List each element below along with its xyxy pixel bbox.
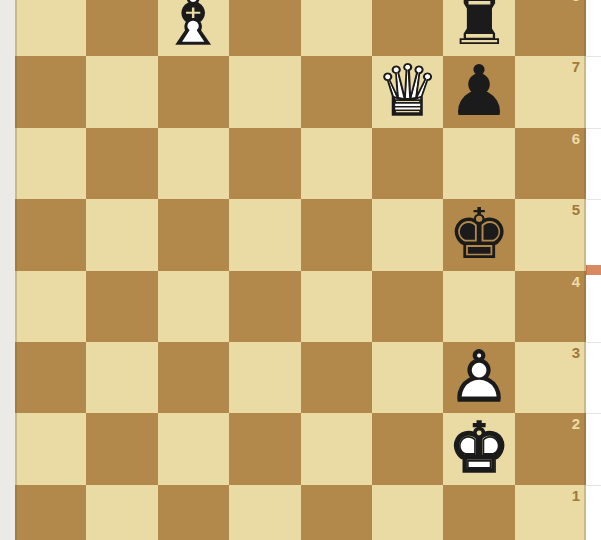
square-d7[interactable] bbox=[229, 56, 300, 127]
square-e5[interactable] bbox=[301, 199, 372, 270]
square-b1[interactable] bbox=[86, 485, 157, 540]
square-b2[interactable] bbox=[86, 413, 157, 484]
square-e8[interactable] bbox=[301, 0, 372, 56]
square-a7[interactable] bbox=[15, 56, 86, 127]
white-queen[interactable]: ♛♕ bbox=[372, 56, 443, 127]
rank-label-5: 5 bbox=[572, 202, 580, 217]
black-king-glyph: ♚ bbox=[443, 199, 514, 270]
square-g6[interactable] bbox=[443, 128, 514, 199]
square-f7[interactable]: ♛♕ bbox=[372, 56, 443, 127]
rank-label-8: 8 bbox=[572, 0, 580, 3]
square-g1[interactable] bbox=[443, 485, 514, 540]
square-f3[interactable] bbox=[372, 342, 443, 413]
black-rook-glyph: ♜ bbox=[443, 0, 514, 56]
square-e7[interactable] bbox=[301, 56, 372, 127]
white-pawn-outline: ♙ bbox=[443, 342, 514, 413]
page-background bbox=[0, 0, 15, 540]
row-divider bbox=[586, 342, 601, 343]
square-h5[interactable]: 5 bbox=[515, 199, 586, 270]
square-d1[interactable] bbox=[229, 485, 300, 540]
square-c1[interactable] bbox=[158, 485, 229, 540]
square-g7[interactable]: ♟ bbox=[443, 56, 514, 127]
square-f2[interactable] bbox=[372, 413, 443, 484]
white-bishop[interactable]: ♝♗ bbox=[158, 0, 229, 56]
square-d8[interactable] bbox=[229, 0, 300, 56]
square-h3[interactable]: 3 bbox=[515, 342, 586, 413]
row-divider bbox=[586, 485, 601, 486]
row-divider bbox=[586, 56, 601, 57]
square-b5[interactable] bbox=[86, 199, 157, 270]
rank-label-1: 1 bbox=[572, 488, 580, 503]
square-h6[interactable]: 6 bbox=[515, 128, 586, 199]
black-pawn[interactable]: ♟ bbox=[443, 56, 514, 127]
white-bishop-outline: ♗ bbox=[158, 0, 229, 56]
rank-label-4: 4 bbox=[572, 274, 580, 289]
white-queen-outline: ♕ bbox=[372, 56, 443, 127]
square-a6[interactable] bbox=[15, 128, 86, 199]
square-c7[interactable] bbox=[158, 56, 229, 127]
square-g3[interactable]: ♟♙ bbox=[443, 342, 514, 413]
square-c2[interactable] bbox=[158, 413, 229, 484]
square-h8[interactable]: 8 bbox=[515, 0, 586, 56]
square-g2[interactable]: ♚♔ bbox=[443, 413, 514, 484]
square-b4[interactable] bbox=[86, 271, 157, 342]
square-a3[interactable] bbox=[15, 342, 86, 413]
white-king[interactable]: ♚♔ bbox=[443, 413, 514, 484]
square-c8[interactable]: ♝♗ bbox=[158, 0, 229, 56]
square-g8[interactable]: ♜ bbox=[443, 0, 514, 56]
row-divider bbox=[586, 413, 601, 414]
row-divider bbox=[586, 199, 601, 200]
square-g4[interactable] bbox=[443, 271, 514, 342]
square-h1[interactable]: 1 bbox=[515, 485, 586, 540]
rank-label-6: 6 bbox=[572, 131, 580, 146]
rank-label-2: 2 bbox=[572, 416, 580, 431]
square-a2[interactable] bbox=[15, 413, 86, 484]
row-divider bbox=[586, 128, 601, 129]
rank-label-7: 7 bbox=[572, 59, 580, 74]
square-f1[interactable] bbox=[372, 485, 443, 540]
chess-board-view: ♝♗♜8♛♕♟76♚54♟♙3♚♔21 bbox=[0, 0, 601, 540]
square-d5[interactable] bbox=[229, 199, 300, 270]
square-c6[interactable] bbox=[158, 128, 229, 199]
square-e3[interactable] bbox=[301, 342, 372, 413]
square-b8[interactable] bbox=[86, 0, 157, 56]
white-pawn[interactable]: ♟♙ bbox=[443, 342, 514, 413]
square-e1[interactable] bbox=[301, 485, 372, 540]
square-d4[interactable] bbox=[229, 271, 300, 342]
square-h2[interactable]: 2 bbox=[515, 413, 586, 484]
side-panel bbox=[586, 0, 601, 540]
square-c3[interactable] bbox=[158, 342, 229, 413]
black-king[interactable]: ♚ bbox=[443, 199, 514, 270]
square-c4[interactable] bbox=[158, 271, 229, 342]
black-pawn-glyph: ♟ bbox=[443, 56, 514, 127]
chess-board[interactable]: ♝♗♜8♛♕♟76♚54♟♙3♚♔21 bbox=[15, 0, 586, 540]
square-d3[interactable] bbox=[229, 342, 300, 413]
square-g5[interactable]: ♚ bbox=[443, 199, 514, 270]
square-a4[interactable] bbox=[15, 271, 86, 342]
square-h4[interactable]: 4 bbox=[515, 271, 586, 342]
square-d2[interactable] bbox=[229, 413, 300, 484]
square-b6[interactable] bbox=[86, 128, 157, 199]
rank-label-3: 3 bbox=[572, 345, 580, 360]
square-h7[interactable]: 7 bbox=[515, 56, 586, 127]
square-d6[interactable] bbox=[229, 128, 300, 199]
black-rook[interactable]: ♜ bbox=[443, 0, 514, 56]
square-e6[interactable] bbox=[301, 128, 372, 199]
white-king-outline: ♔ bbox=[443, 413, 514, 484]
square-b3[interactable] bbox=[86, 342, 157, 413]
square-f4[interactable] bbox=[372, 271, 443, 342]
square-a1[interactable] bbox=[15, 485, 86, 540]
square-a5[interactable] bbox=[15, 199, 86, 270]
square-f5[interactable] bbox=[372, 199, 443, 270]
square-f6[interactable] bbox=[372, 128, 443, 199]
square-a8[interactable] bbox=[15, 0, 86, 56]
highlight-marker bbox=[586, 265, 601, 275]
square-f8[interactable] bbox=[372, 0, 443, 56]
square-e4[interactable] bbox=[301, 271, 372, 342]
square-e2[interactable] bbox=[301, 413, 372, 484]
square-b7[interactable] bbox=[86, 56, 157, 127]
square-c5[interactable] bbox=[158, 199, 229, 270]
